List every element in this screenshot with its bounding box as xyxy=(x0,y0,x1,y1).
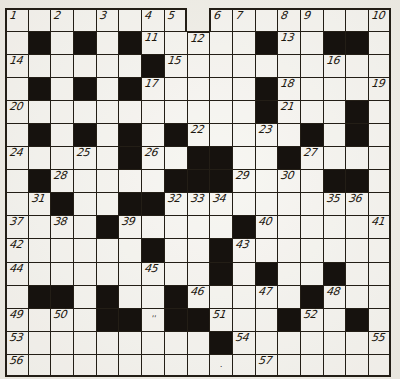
clue-number-5: 5 xyxy=(166,10,174,22)
cell-r6c4 xyxy=(73,123,96,146)
clue-number-49: 49 xyxy=(8,309,22,321)
cell-r14c1[interactable]: 49 xyxy=(5,308,28,331)
clue-number-31: 31 xyxy=(30,193,44,205)
cell-r5c9[interactable] xyxy=(187,100,210,123)
cell-r10c8[interactable] xyxy=(164,215,187,238)
cell-r9c2[interactable]: 31 xyxy=(28,192,51,215)
cell-r9c10[interactable]: 34 xyxy=(209,192,232,215)
cell-r3c10[interactable] xyxy=(209,54,232,77)
cell-r4c1[interactable] xyxy=(5,77,28,100)
cell-r15c2[interactable] xyxy=(28,331,51,354)
cell-r6c17[interactable] xyxy=(368,123,391,146)
cell-r8c12[interactable] xyxy=(255,169,278,192)
cell-r10c17[interactable]: 41 xyxy=(368,215,391,238)
cell-r10c10[interactable] xyxy=(209,215,232,238)
cell-r7c17[interactable] xyxy=(368,146,391,169)
cell-r1c1[interactable]: 1 xyxy=(5,8,28,31)
cell-r4c3[interactable] xyxy=(50,77,73,100)
cell-r2c1[interactable] xyxy=(5,31,28,54)
cell-r6c12[interactable]: 23 xyxy=(255,123,278,146)
cell-r12c17[interactable] xyxy=(368,262,391,285)
cell-r12c9[interactable] xyxy=(187,262,210,285)
cell-r14c10[interactable]: 51 xyxy=(209,308,232,331)
cell-r3c8[interactable]: 15 xyxy=(164,54,187,77)
cell-r7c16[interactable] xyxy=(345,146,368,169)
cell-r16c9[interactable] xyxy=(187,354,210,377)
cell-r10c16[interactable] xyxy=(345,215,368,238)
cell-r15c8[interactable] xyxy=(164,331,187,354)
cell-r10c11 xyxy=(232,215,255,238)
cell-r3c3[interactable] xyxy=(50,54,73,77)
cell-r12c3[interactable] xyxy=(50,262,73,285)
cell-r12c4[interactable] xyxy=(73,262,96,285)
cell-r4c15[interactable] xyxy=(323,77,346,100)
cell-r9c14[interactable] xyxy=(300,192,323,215)
cell-r2c10[interactable] xyxy=(209,31,232,54)
cell-r12c13[interactable] xyxy=(277,262,300,285)
cell-r6c8 xyxy=(164,123,187,146)
cell-r1c4[interactable] xyxy=(73,8,96,31)
cell-r10c2[interactable] xyxy=(28,215,51,238)
scan-artifact: '' xyxy=(151,315,155,323)
cell-r2c15 xyxy=(323,31,346,54)
cell-r14c2[interactable] xyxy=(28,308,51,331)
cell-r15c4[interactable] xyxy=(73,331,96,354)
cell-r11c17[interactable] xyxy=(368,238,391,261)
cell-r11c6[interactable] xyxy=(118,238,141,261)
cell-r12c8[interactable] xyxy=(164,262,187,285)
cell-r1c6[interactable] xyxy=(118,8,141,31)
cell-r11c1[interactable]: 42 xyxy=(5,238,28,261)
cell-r7c6 xyxy=(118,146,141,169)
clue-number-33: 33 xyxy=(189,193,203,205)
cell-r1c14[interactable]: 9 xyxy=(300,8,323,31)
clue-number-14: 14 xyxy=(8,55,22,67)
clue-number-8: 8 xyxy=(280,10,288,22)
clue-number-19: 19 xyxy=(370,78,384,90)
cell-r8c5[interactable] xyxy=(96,169,119,192)
cell-r12c14[interactable] xyxy=(300,262,323,285)
cell-r16c5[interactable] xyxy=(96,354,119,377)
cell-r5c14[interactable] xyxy=(300,100,323,123)
cell-r13c3 xyxy=(50,285,73,308)
cell-r3c6[interactable] xyxy=(118,54,141,77)
cell-r13c10[interactable] xyxy=(209,285,232,308)
cell-r14c17[interactable] xyxy=(368,308,391,331)
cell-r3c15[interactable]: 16 xyxy=(323,54,346,77)
cell-r8c7[interactable] xyxy=(141,169,164,192)
cell-r6c3[interactable] xyxy=(50,123,73,146)
clue-number-16: 16 xyxy=(325,55,339,67)
cell-r15c15[interactable] xyxy=(323,331,346,354)
cell-r10c1[interactable]: 37 xyxy=(5,215,28,238)
clue-number-27: 27 xyxy=(302,147,316,159)
cell-r4c6 xyxy=(118,77,141,100)
cell-r3c1[interactable]: 14 xyxy=(5,54,28,77)
cell-r3c4[interactable] xyxy=(73,54,96,77)
cell-r13c17[interactable] xyxy=(368,285,391,308)
cell-r15c13[interactable] xyxy=(277,331,300,354)
cell-r1c7[interactable]: 4 xyxy=(141,8,164,31)
cell-r11c16[interactable] xyxy=(345,238,368,261)
clue-number-10: 10 xyxy=(370,10,384,22)
cell-r7c14[interactable]: 27 xyxy=(300,146,323,169)
clue-number-2: 2 xyxy=(53,10,61,22)
cell-r16c12[interactable]: 57 xyxy=(255,354,278,377)
crossword-board: 1234567891011121314151617181920212223242… xyxy=(5,8,391,377)
cell-r3c7 xyxy=(141,54,164,77)
cell-r16c8[interactable] xyxy=(164,354,187,377)
cell-r6c15[interactable] xyxy=(323,123,346,146)
cell-r5c1[interactable]: 20 xyxy=(5,100,28,123)
cell-r16c14[interactable] xyxy=(300,354,323,377)
scanned-crossword-page: { "game": "crossword", "grid": { "rows":… xyxy=(0,0,400,379)
clue-number-29: 29 xyxy=(234,170,248,182)
cell-r15c11[interactable]: 54 xyxy=(232,331,255,354)
cell-r16c3[interactable] xyxy=(50,354,73,377)
clue-number-40: 40 xyxy=(257,216,271,228)
cell-r5c2[interactable] xyxy=(28,100,51,123)
cell-r16c11[interactable] xyxy=(232,354,255,377)
cell-r5c17[interactable] xyxy=(368,100,391,123)
cell-r3c12[interactable] xyxy=(255,54,278,77)
clue-number-34: 34 xyxy=(212,193,226,205)
cell-r1c17[interactable]: 10 xyxy=(368,8,391,31)
cell-r11c9[interactable] xyxy=(187,238,210,261)
cell-r13c4[interactable] xyxy=(73,285,96,308)
cell-r3c11[interactable] xyxy=(232,54,255,77)
cell-r9c9[interactable]: 33 xyxy=(187,192,210,215)
cell-r13c11[interactable] xyxy=(232,285,255,308)
cell-r7c13 xyxy=(277,146,300,169)
cell-r13c12[interactable]: 47 xyxy=(255,285,278,308)
cell-r5c15[interactable] xyxy=(323,100,346,123)
cell-r2c2 xyxy=(28,31,51,54)
clue-number-20: 20 xyxy=(8,101,22,113)
cell-r11c15[interactable] xyxy=(323,238,346,261)
cell-r2c6 xyxy=(118,31,141,54)
cell-r8c16 xyxy=(345,169,368,192)
cell-r2c3[interactable] xyxy=(50,31,73,54)
cell-r1c2[interactable] xyxy=(28,8,51,31)
cell-r10c3[interactable]: 38 xyxy=(50,215,73,238)
clue-number-47: 47 xyxy=(257,286,271,298)
cell-r9c13[interactable] xyxy=(277,192,300,215)
clue-number-43: 43 xyxy=(234,239,248,251)
cell-r16c4[interactable] xyxy=(73,354,96,377)
cell-r8c1[interactable] xyxy=(5,169,28,192)
cell-r15c5[interactable] xyxy=(96,331,119,354)
clue-number-46: 46 xyxy=(189,286,203,298)
clue-number-38: 38 xyxy=(53,216,67,228)
cell-r2c12 xyxy=(255,31,278,54)
cell-r1c8[interactable]: 5 xyxy=(164,8,187,31)
cell-r15c14[interactable] xyxy=(300,331,323,354)
cell-r11c12[interactable] xyxy=(255,238,278,261)
cell-r16c2[interactable] xyxy=(28,354,51,377)
cell-r11c3[interactable] xyxy=(50,238,73,261)
cell-r11c5[interactable] xyxy=(96,238,119,261)
cell-r8c4[interactable] xyxy=(73,169,96,192)
cell-r5c7[interactable] xyxy=(141,100,164,123)
cell-r9c15[interactable]: 35 xyxy=(323,192,346,215)
cell-r9c16[interactable]: 36 xyxy=(345,192,368,215)
cell-r14c12[interactable] xyxy=(255,308,278,331)
clue-number-17: 17 xyxy=(143,78,157,90)
cell-r12c1[interactable]: 44 xyxy=(5,262,28,285)
cell-r10c13[interactable] xyxy=(277,215,300,238)
cell-r7c11[interactable] xyxy=(232,146,255,169)
cell-r15c7[interactable] xyxy=(141,331,164,354)
cell-r15c17[interactable]: 55 xyxy=(368,331,391,354)
cell-r12c7[interactable]: 45 xyxy=(141,262,164,285)
cell-r9c5[interactable] xyxy=(96,192,119,215)
cell-r4c5[interactable] xyxy=(96,77,119,100)
cell-r2c7[interactable]: 11 xyxy=(141,31,164,54)
cell-r11c11[interactable]: 43 xyxy=(232,238,255,261)
cell-r6c16 xyxy=(345,123,368,146)
cell-r4c2 xyxy=(28,77,51,100)
cell-r14c3[interactable]: 50 xyxy=(50,308,73,331)
cell-r5c12 xyxy=(255,100,278,123)
cell-r5c11[interactable] xyxy=(232,100,255,123)
clue-number-52: 52 xyxy=(302,309,316,321)
cell-r7c5[interactable] xyxy=(96,146,119,169)
clue-number-51: 51 xyxy=(212,309,226,321)
cell-r11c8[interactable] xyxy=(164,238,187,261)
clue-number-23: 23 xyxy=(257,124,271,136)
cell-r7c10 xyxy=(209,146,232,169)
cell-r7c4[interactable]: 25 xyxy=(73,146,96,169)
cell-r14c15[interactable] xyxy=(323,308,346,331)
cell-r16c6[interactable] xyxy=(118,354,141,377)
cell-r15c9[interactable] xyxy=(187,331,210,354)
cell-r16c17[interactable] xyxy=(368,354,391,377)
clue-number-57: 57 xyxy=(257,355,271,367)
cell-r8c10 xyxy=(209,169,232,192)
cell-r7c12[interactable] xyxy=(255,146,278,169)
cell-r12c2[interactable] xyxy=(28,262,51,285)
cell-r1c15[interactable] xyxy=(323,8,346,31)
cell-r9c7 xyxy=(141,192,164,215)
cell-r11c14[interactable] xyxy=(300,238,323,261)
cell-r8c14[interactable] xyxy=(300,169,323,192)
cell-r7c3[interactable] xyxy=(50,146,73,169)
cell-r8c13[interactable]: 30 xyxy=(277,169,300,192)
cell-r8c11[interactable]: 29 xyxy=(232,169,255,192)
cell-r11c7 xyxy=(141,238,164,261)
clue-number-37: 37 xyxy=(8,216,22,228)
cell-r13c9[interactable]: 46 xyxy=(187,285,210,308)
cell-r13c1[interactable] xyxy=(5,285,28,308)
cell-r9c11[interactable] xyxy=(232,192,255,215)
cell-r9c4[interactable] xyxy=(73,192,96,215)
cell-r1c5[interactable]: 3 xyxy=(96,8,119,31)
cell-r2c13[interactable]: 13 xyxy=(277,31,300,54)
cell-r1c10[interactable]: 6 xyxy=(209,8,232,31)
cell-r14c11[interactable] xyxy=(232,308,255,331)
cell-r14c16 xyxy=(345,308,368,331)
cell-r2c8[interactable] xyxy=(164,31,187,54)
cell-r14c5 xyxy=(96,308,119,331)
cell-r11c13[interactable] xyxy=(277,238,300,261)
cell-r9c12[interactable] xyxy=(255,192,278,215)
clue-number-39: 39 xyxy=(121,216,135,228)
cell-r13c13[interactable] xyxy=(277,285,300,308)
cell-r7c9 xyxy=(187,146,210,169)
cell-r10c15[interactable] xyxy=(323,215,346,238)
cell-r1c9 xyxy=(187,8,210,31)
cell-r13c15[interactable]: 48 xyxy=(323,285,346,308)
cell-r6c11[interactable] xyxy=(232,123,255,146)
cell-r8c3[interactable]: 28 xyxy=(50,169,73,192)
clue-number-1: 1 xyxy=(8,10,16,22)
cell-r5c6[interactable] xyxy=(118,100,141,123)
cell-r4c16[interactable] xyxy=(345,77,368,100)
cell-r4c13[interactable]: 18 xyxy=(277,77,300,100)
clue-number-28: 28 xyxy=(53,170,67,182)
cell-r1c11[interactable]: 7 xyxy=(232,8,255,31)
cell-r1c16[interactable] xyxy=(345,8,368,31)
cell-r2c17[interactable] xyxy=(368,31,391,54)
cell-r10c7[interactable] xyxy=(141,215,164,238)
cell-r3c14[interactable] xyxy=(300,54,323,77)
cell-r16c13[interactable] xyxy=(277,354,300,377)
clue-number-25: 25 xyxy=(75,147,89,159)
cell-r7c8[interactable] xyxy=(164,146,187,169)
cell-r12c6[interactable] xyxy=(118,262,141,285)
clue-number-56: 56 xyxy=(8,355,22,367)
cell-r7c7[interactable]: 26 xyxy=(141,146,164,169)
cell-r15c12[interactable] xyxy=(255,331,278,354)
cell-r14c13 xyxy=(277,308,300,331)
cell-r15c6[interactable] xyxy=(118,331,141,354)
cell-r2c9[interactable]: 12 xyxy=(187,31,210,54)
cell-r6c13[interactable] xyxy=(277,123,300,146)
cell-r10c9[interactable] xyxy=(187,215,210,238)
cell-r9c3 xyxy=(50,192,73,215)
clue-number-30: 30 xyxy=(280,170,294,182)
cell-r6c14 xyxy=(300,123,323,146)
cell-r5c3[interactable] xyxy=(50,100,73,123)
cell-r4c4 xyxy=(73,77,96,100)
cell-r8c6[interactable] xyxy=(118,169,141,192)
cell-r7c1[interactable]: 24 xyxy=(5,146,28,169)
cell-r16c7[interactable] xyxy=(141,354,164,377)
cell-r3c13[interactable] xyxy=(277,54,300,77)
cell-r16c1[interactable]: 56 xyxy=(5,354,28,377)
cell-r6c7[interactable] xyxy=(141,123,164,146)
cell-r2c11[interactable] xyxy=(232,31,255,54)
cell-r14c8 xyxy=(164,308,187,331)
cell-r4c14[interactable] xyxy=(300,77,323,100)
cell-r12c16[interactable] xyxy=(345,262,368,285)
cell-r8c17[interactable] xyxy=(368,169,391,192)
cell-r15c3[interactable] xyxy=(50,331,73,354)
cell-r7c15[interactable] xyxy=(323,146,346,169)
cell-r1c3[interactable]: 2 xyxy=(50,8,73,31)
cell-r14c7[interactable]: '' xyxy=(141,308,164,331)
cell-r6c1[interactable] xyxy=(5,123,28,146)
clue-number-32: 32 xyxy=(166,193,180,205)
cell-r16c10[interactable]: . xyxy=(209,354,232,377)
cell-r1c13[interactable]: 8 xyxy=(277,8,300,31)
cell-r15c10 xyxy=(209,331,232,354)
cell-r13c6[interactable] xyxy=(118,285,141,308)
cell-r2c16 xyxy=(345,31,368,54)
cell-r3c2[interactable] xyxy=(28,54,51,77)
clue-number-36: 36 xyxy=(348,193,362,205)
cell-r13c7[interactable] xyxy=(141,285,164,308)
cell-r5c13[interactable]: 21 xyxy=(277,100,300,123)
clue-number-45: 45 xyxy=(143,263,157,275)
cell-r2c5[interactable] xyxy=(96,31,119,54)
cell-r9c1[interactable] xyxy=(5,192,28,215)
clue-number-35: 35 xyxy=(325,193,339,205)
clue-number-42: 42 xyxy=(8,239,22,251)
cell-r6c5[interactable] xyxy=(96,123,119,146)
cell-r10c6[interactable]: 39 xyxy=(118,215,141,238)
cell-r9c8[interactable]: 32 xyxy=(164,192,187,215)
cell-r5c4[interactable] xyxy=(73,100,96,123)
cell-r3c5[interactable] xyxy=(96,54,119,77)
cell-r10c4[interactable] xyxy=(73,215,96,238)
cell-r5c8[interactable] xyxy=(164,100,187,123)
cell-r4c10[interactable] xyxy=(209,77,232,100)
cell-r4c11[interactable] xyxy=(232,77,255,100)
cell-r4c17[interactable]: 19 xyxy=(368,77,391,100)
cell-r2c14[interactable] xyxy=(300,31,323,54)
cell-r14c14[interactable]: 52 xyxy=(300,308,323,331)
cell-r16c16[interactable] xyxy=(345,354,368,377)
cell-r6c10[interactable] xyxy=(209,123,232,146)
cell-r15c16[interactable] xyxy=(345,331,368,354)
cell-r6c9[interactable]: 22 xyxy=(187,123,210,146)
cell-r12c5[interactable] xyxy=(96,262,119,285)
cell-r4c7[interactable]: 17 xyxy=(141,77,164,100)
cell-r5c10[interactable] xyxy=(209,100,232,123)
cell-r5c5[interactable] xyxy=(96,100,119,123)
cell-r4c8[interactable] xyxy=(164,77,187,100)
cell-r3c17[interactable] xyxy=(368,54,391,77)
clue-number-41: 41 xyxy=(370,216,384,228)
cell-r14c6 xyxy=(118,308,141,331)
cell-r14c9 xyxy=(187,308,210,331)
cell-r13c8 xyxy=(164,285,187,308)
cell-r11c4[interactable] xyxy=(73,238,96,261)
clue-number-15: 15 xyxy=(166,55,180,67)
cell-r3c9[interactable] xyxy=(187,54,210,77)
cell-r15c1[interactable]: 53 xyxy=(5,331,28,354)
cell-r14c4[interactable] xyxy=(73,308,96,331)
cell-r1c12[interactable] xyxy=(255,8,278,31)
cell-r4c9[interactable] xyxy=(187,77,210,100)
cell-r10c12[interactable]: 40 xyxy=(255,215,278,238)
cell-r6c2 xyxy=(28,123,51,146)
cell-r9c17[interactable] xyxy=(368,192,391,215)
cell-r8c8 xyxy=(164,169,187,192)
cell-r16c15[interactable] xyxy=(323,354,346,377)
clue-number-4: 4 xyxy=(143,10,151,22)
cell-r11c2[interactable] xyxy=(28,238,51,261)
cell-r7c2[interactable] xyxy=(28,146,51,169)
cell-r12c11[interactable] xyxy=(232,262,255,285)
clue-number-12: 12 xyxy=(189,33,203,45)
clue-number-18: 18 xyxy=(280,78,294,90)
cell-r13c16[interactable] xyxy=(345,285,368,308)
cell-r10c14[interactable] xyxy=(300,215,323,238)
cell-r3c16[interactable] xyxy=(345,54,368,77)
